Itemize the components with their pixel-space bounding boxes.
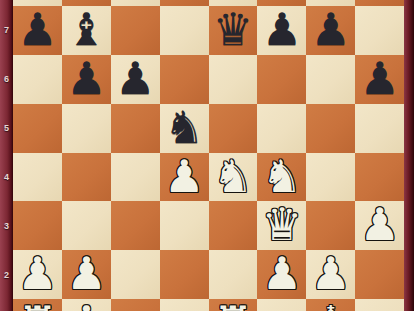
square-h3[interactable]: ♟ <box>355 201 404 250</box>
square-e4[interactable]: ♞ <box>209 153 258 202</box>
square-a5[interactable] <box>13 104 62 153</box>
square-e2[interactable] <box>209 250 258 299</box>
black-knight-d5[interactable]: ♞ <box>164 104 204 153</box>
square-c4[interactable] <box>111 153 160 202</box>
white-knight-f4[interactable]: ♞ <box>262 153 302 202</box>
square-g4[interactable] <box>306 153 355 202</box>
rank-label-5: 5 <box>0 104 13 153</box>
square-c5[interactable] <box>111 104 160 153</box>
black-pawn-g7[interactable]: ♟ <box>311 6 351 55</box>
rank-label-1: 1 <box>0 299 13 311</box>
square-e3[interactable] <box>209 201 258 250</box>
board-frame-left: 87654321 <box>0 0 13 311</box>
square-h6[interactable]: ♟ <box>355 55 404 104</box>
square-e6[interactable] <box>209 55 258 104</box>
square-b4[interactable] <box>62 153 111 202</box>
square-g6[interactable] <box>306 55 355 104</box>
square-g2[interactable]: ♟ <box>306 250 355 299</box>
square-h7[interactable] <box>355 6 404 55</box>
black-bishop-b7[interactable]: ♝ <box>66 6 106 55</box>
rank-label-6: 6 <box>0 55 13 104</box>
square-c3[interactable] <box>111 201 160 250</box>
square-f5[interactable] <box>257 104 306 153</box>
black-pawn-h6[interactable]: ♟ <box>359 55 399 104</box>
rank-label-2: 2 <box>0 250 13 299</box>
chess-diagram: ♜♜♚♟♝♛♟♟♟♟♟♞♟♞♞♛♟♟♟♟♟♜♝♜♚ 87654321 <box>0 0 414 311</box>
square-a1[interactable]: ♜ <box>13 299 62 311</box>
square-c2[interactable] <box>111 250 160 299</box>
square-d4[interactable]: ♟ <box>160 153 209 202</box>
square-d7[interactable] <box>160 6 209 55</box>
square-c6[interactable]: ♟ <box>111 55 160 104</box>
square-h1[interactable] <box>355 299 404 311</box>
black-pawn-b6[interactable]: ♟ <box>66 55 106 104</box>
white-bishop-b1[interactable]: ♝ <box>66 299 106 311</box>
square-f2[interactable]: ♟ <box>257 250 306 299</box>
square-f4[interactable]: ♞ <box>257 153 306 202</box>
square-e5[interactable] <box>209 104 258 153</box>
square-f1[interactable] <box>257 299 306 311</box>
square-d6[interactable] <box>160 55 209 104</box>
square-g5[interactable] <box>306 104 355 153</box>
square-g1[interactable]: ♚ <box>306 299 355 311</box>
white-knight-e4[interactable]: ♞ <box>213 153 253 202</box>
square-f7[interactable]: ♟ <box>257 6 306 55</box>
square-h4[interactable] <box>355 153 404 202</box>
square-b3[interactable] <box>62 201 111 250</box>
black-pawn-f7[interactable]: ♟ <box>262 6 302 55</box>
square-c7[interactable] <box>111 6 160 55</box>
square-b1[interactable]: ♝ <box>62 299 111 311</box>
square-a4[interactable] <box>13 153 62 202</box>
square-b7[interactable]: ♝ <box>62 6 111 55</box>
white-rook-e1[interactable]: ♜ <box>213 299 253 311</box>
white-pawn-h3[interactable]: ♟ <box>359 201 399 250</box>
square-g7[interactable]: ♟ <box>306 6 355 55</box>
black-queen-e7[interactable]: ♛ <box>213 6 253 55</box>
square-d3[interactable] <box>160 201 209 250</box>
white-pawn-b2[interactable]: ♟ <box>66 250 106 299</box>
rank-label-4: 4 <box>0 153 13 202</box>
square-f3[interactable]: ♛ <box>257 201 306 250</box>
square-f6[interactable] <box>257 55 306 104</box>
square-h5[interactable] <box>355 104 404 153</box>
square-a3[interactable] <box>13 201 62 250</box>
white-pawn-g2[interactable]: ♟ <box>311 250 351 299</box>
white-pawn-f2[interactable]: ♟ <box>262 250 302 299</box>
white-king-g1[interactable]: ♚ <box>311 299 351 311</box>
square-d1[interactable] <box>160 299 209 311</box>
square-e7[interactable]: ♛ <box>209 6 258 55</box>
square-b6[interactable]: ♟ <box>62 55 111 104</box>
square-d5[interactable]: ♞ <box>160 104 209 153</box>
white-pawn-a2[interactable]: ♟ <box>17 250 57 299</box>
black-pawn-c6[interactable]: ♟ <box>115 55 155 104</box>
square-g3[interactable] <box>306 201 355 250</box>
square-b2[interactable]: ♟ <box>62 250 111 299</box>
chess-board: ♜♜♚♟♝♛♟♟♟♟♟♞♟♞♞♛♟♟♟♟♟♜♝♜♚ <box>13 0 404 311</box>
white-pawn-d4[interactable]: ♟ <box>164 153 204 202</box>
square-d2[interactable] <box>160 250 209 299</box>
white-rook-a1[interactable]: ♜ <box>17 299 57 311</box>
square-a6[interactable] <box>13 55 62 104</box>
board-frame-right <box>404 0 414 311</box>
rank-label-3: 3 <box>0 201 13 250</box>
black-pawn-a7[interactable]: ♟ <box>17 6 57 55</box>
square-e1[interactable]: ♜ <box>209 299 258 311</box>
square-h2[interactable] <box>355 250 404 299</box>
square-a7[interactable]: ♟ <box>13 6 62 55</box>
square-b5[interactable] <box>62 104 111 153</box>
white-queen-f3[interactable]: ♛ <box>262 201 302 250</box>
square-c1[interactable] <box>111 299 160 311</box>
rank-label-7: 7 <box>0 6 13 55</box>
square-a2[interactable]: ♟ <box>13 250 62 299</box>
